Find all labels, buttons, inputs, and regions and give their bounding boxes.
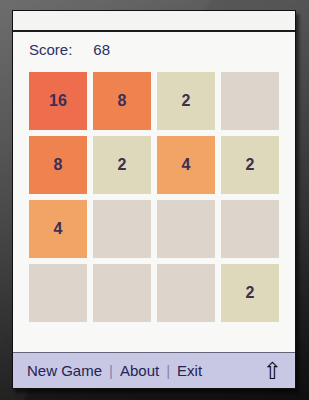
empty-cell-r3c4 [221,200,279,258]
empty-cell-r4c2 [93,264,151,322]
title-bar [13,11,295,32]
menu-bar: New Game|About|Exit⇧ [13,352,295,388]
tile-16-r1c1: 16 [29,72,87,130]
tile-8-r2c1: 8 [29,136,87,194]
desktop-background: Score: 68 1682824242 New Game|About|Exit… [0,0,309,400]
empty-cell-r4c3 [157,264,215,322]
empty-cell-r3c3 [157,200,215,258]
tile-4-r3c1: 4 [29,200,87,258]
up-arrow-icon[interactable]: ⇧ [263,357,282,385]
empty-cell-r3c2 [93,200,151,258]
score-label: Score: [29,41,72,58]
game-board: 1682824242 [29,72,279,322]
menu-item-about[interactable]: About [120,362,159,379]
empty-cell-r4c1 [29,264,87,322]
score-value: 68 [93,41,110,58]
tile-2-r2c4: 2 [221,136,279,194]
tile-2-r4c4: 2 [221,264,279,322]
menu-separator: | [109,362,113,379]
menu-item-exit[interactable]: Exit [177,362,202,379]
tile-2-r1c3: 2 [157,72,215,130]
tile-4-r2c3: 4 [157,136,215,194]
menu-separator: | [166,362,170,379]
app-window: Score: 68 1682824242 New Game|About|Exit… [12,10,296,389]
tile-2-r2c2: 2 [93,136,151,194]
empty-cell-r1c4 [221,72,279,130]
menu-item-new-game[interactable]: New Game [27,362,102,379]
tile-8-r1c2: 8 [93,72,151,130]
score-row: Score: 68 [29,41,295,58]
